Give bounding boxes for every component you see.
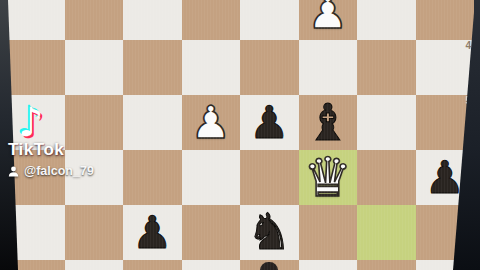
- white-pawn-c3[interactable]: ♟: [308, 0, 348, 40]
- tiktok-note-icon-white-layer: ♪: [18, 100, 44, 144]
- square-d7[interactable]: ♞: [240, 205, 299, 260]
- square-c4[interactable]: [299, 40, 358, 95]
- square-d3[interactable]: [240, 0, 299, 40]
- square-g3[interactable]: [65, 0, 124, 40]
- square-f3[interactable]: [123, 0, 182, 40]
- square-e7[interactable]: [182, 205, 241, 260]
- square-f7[interactable]: ♟: [123, 205, 182, 260]
- tiktok-note-icon: ♪ ♪ ♪: [18, 100, 62, 144]
- square-g4[interactable]: [65, 40, 124, 95]
- square-h4[interactable]: [6, 40, 65, 95]
- square-e8[interactable]: [182, 260, 241, 270]
- white-queen-c6[interactable]: ♛: [304, 150, 352, 205]
- square-b3[interactable]: [357, 0, 416, 40]
- rank-label-4: 4: [465, 41, 471, 51]
- square-c8[interactable]: [299, 260, 358, 270]
- square-e4[interactable]: [182, 40, 241, 95]
- square-d4[interactable]: [240, 40, 299, 95]
- partially-visible-piece-top-d8: [260, 262, 278, 270]
- square-c7[interactable]: [299, 205, 358, 260]
- video-frame: ♟4♟♟♝5♛6♟♟♞78 ♪ ♪ ♪ TikTok @falcon_79: [0, 0, 480, 270]
- square-e3[interactable]: [182, 0, 241, 40]
- white-pawn-e5[interactable]: ♟: [191, 95, 231, 150]
- square-f4[interactable]: [123, 40, 182, 95]
- black-knight-d7[interactable]: ♞: [247, 205, 292, 260]
- black-pawn-f7[interactable]: ♟: [132, 205, 172, 260]
- square-a4[interactable]: 4: [416, 40, 475, 95]
- square-e5[interactable]: ♟: [182, 95, 241, 150]
- square-c6[interactable]: ♛: [299, 150, 358, 205]
- square-f8[interactable]: [123, 260, 182, 270]
- tiktok-watermark: ♪ ♪ ♪ TikTok @falcon_79: [8, 100, 94, 178]
- square-d8[interactable]: [240, 260, 299, 270]
- square-f5[interactable]: [123, 95, 182, 150]
- square-b7[interactable]: [357, 205, 416, 260]
- square-b5[interactable]: [357, 95, 416, 150]
- square-d6[interactable]: [240, 150, 299, 205]
- square-b4[interactable]: [357, 40, 416, 95]
- black-bishop-c5[interactable]: ♝: [305, 95, 351, 150]
- square-b6[interactable]: [357, 150, 416, 205]
- black-pawn-d5[interactable]: ♟: [249, 95, 289, 150]
- black-pawn-a6[interactable]: ♟: [425, 150, 465, 205]
- square-c5[interactable]: ♝: [299, 95, 358, 150]
- square-a3[interactable]: [416, 0, 475, 40]
- square-c3[interactable]: ♟: [299, 0, 358, 40]
- square-h3[interactable]: [6, 0, 65, 40]
- square-b8[interactable]: [357, 260, 416, 270]
- square-f6[interactable]: [123, 150, 182, 205]
- creator-username-row[interactable]: @falcon_79: [8, 164, 94, 178]
- square-d5[interactable]: ♟: [240, 95, 299, 150]
- square-g8[interactable]: [65, 260, 124, 270]
- square-e6[interactable]: [182, 150, 241, 205]
- creator-username-text: @falcon_79: [24, 164, 94, 178]
- square-g7[interactable]: [65, 205, 124, 260]
- person-icon: [8, 166, 19, 177]
